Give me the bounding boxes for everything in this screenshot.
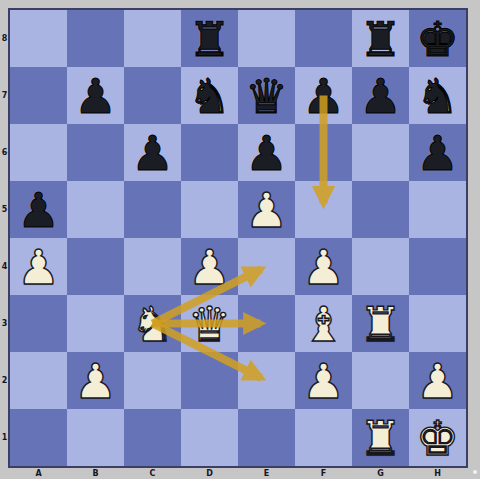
square-c8[interactable] <box>124 10 181 67</box>
piece-white-pawn: ♟ <box>409 352 466 409</box>
square-d2[interactable] <box>181 352 238 409</box>
rank-label-2: 2 <box>0 352 9 409</box>
rank-coordinate-labels: 87654321 <box>0 10 9 466</box>
piece-white-rook: ♜ <box>352 295 409 352</box>
square-g4[interactable] <box>352 238 409 295</box>
square-b7[interactable]: ♟ <box>67 67 124 124</box>
square-a7[interactable] <box>10 67 67 124</box>
piece-white-queen: ♛ <box>181 295 238 352</box>
piece-white-pawn: ♟ <box>181 238 238 295</box>
file-coordinate-labels: ABCDEFGH <box>10 467 466 479</box>
piece-black-queen: ♛ <box>238 67 295 124</box>
square-h8[interactable]: ♚ <box>409 10 466 67</box>
square-h7[interactable]: ♞ <box>409 67 466 124</box>
square-f3[interactable]: ♝ <box>295 295 352 352</box>
piece-black-pawn: ♟ <box>124 124 181 181</box>
square-b3[interactable] <box>67 295 124 352</box>
square-g3[interactable]: ♜ <box>352 295 409 352</box>
square-f6[interactable] <box>295 124 352 181</box>
rank-label-5: 5 <box>0 181 9 238</box>
square-d7[interactable]: ♞ <box>181 67 238 124</box>
piece-white-king: ♚ <box>409 409 466 466</box>
piece-black-pawn: ♟ <box>10 181 67 238</box>
square-a4[interactable]: ♟ <box>10 238 67 295</box>
piece-black-rook: ♜ <box>352 10 409 67</box>
square-h4[interactable] <box>409 238 466 295</box>
rank-label-8: 8 <box>0 10 9 67</box>
square-g6[interactable] <box>352 124 409 181</box>
piece-black-knight: ♞ <box>409 67 466 124</box>
piece-black-pawn: ♟ <box>295 67 352 124</box>
square-f1[interactable] <box>295 409 352 466</box>
piece-black-pawn: ♟ <box>67 67 124 124</box>
square-f8[interactable] <box>295 10 352 67</box>
square-b4[interactable] <box>67 238 124 295</box>
square-e4[interactable] <box>238 238 295 295</box>
square-e6[interactable]: ♟ <box>238 124 295 181</box>
square-b5[interactable] <box>67 181 124 238</box>
square-d1[interactable] <box>181 409 238 466</box>
file-label-f: F <box>295 467 352 479</box>
square-f2[interactable]: ♟ <box>295 352 352 409</box>
chess-app-window: ♜♜♚♟♞♛♟♟♞♟♟♟♟♟♟♟♟♞♛♝♜♟♟♟♜♚ 87654321 ABCD… <box>0 0 480 479</box>
file-label-a: A <box>10 467 67 479</box>
square-g5[interactable] <box>352 181 409 238</box>
square-h2[interactable]: ♟ <box>409 352 466 409</box>
piece-white-pawn: ♟ <box>238 181 295 238</box>
square-d6[interactable] <box>181 124 238 181</box>
square-c7[interactable] <box>124 67 181 124</box>
square-d5[interactable] <box>181 181 238 238</box>
piece-white-bishop: ♝ <box>295 295 352 352</box>
square-b2[interactable]: ♟ <box>67 352 124 409</box>
piece-white-pawn: ♟ <box>67 352 124 409</box>
square-h5[interactable] <box>409 181 466 238</box>
square-a5[interactable]: ♟ <box>10 181 67 238</box>
square-g7[interactable]: ♟ <box>352 67 409 124</box>
square-f5[interactable] <box>295 181 352 238</box>
piece-white-pawn: ♟ <box>295 352 352 409</box>
rank-label-6: 6 <box>0 124 9 181</box>
file-label-d: D <box>181 467 238 479</box>
rank-label-7: 7 <box>0 67 9 124</box>
square-a6[interactable] <box>10 124 67 181</box>
square-a1[interactable] <box>10 409 67 466</box>
square-g8[interactable]: ♜ <box>352 10 409 67</box>
file-label-b: B <box>67 467 124 479</box>
square-c6[interactable]: ♟ <box>124 124 181 181</box>
square-d4[interactable]: ♟ <box>181 238 238 295</box>
square-c5[interactable] <box>124 181 181 238</box>
square-e3[interactable] <box>238 295 295 352</box>
square-c2[interactable] <box>124 352 181 409</box>
square-e1[interactable] <box>238 409 295 466</box>
rank-label-3: 3 <box>0 295 9 352</box>
square-d3[interactable]: ♛ <box>181 295 238 352</box>
square-a8[interactable] <box>10 10 67 67</box>
file-label-c: C <box>124 467 181 479</box>
chess-board-frame: ♜♜♚♟♞♛♟♟♞♟♟♟♟♟♟♟♟♞♛♝♜♟♟♟♜♚ <box>8 8 468 468</box>
piece-black-rook: ♜ <box>181 10 238 67</box>
square-e5[interactable]: ♟ <box>238 181 295 238</box>
piece-white-pawn: ♟ <box>295 238 352 295</box>
piece-white-knight: ♞ <box>124 295 181 352</box>
piece-white-pawn: ♟ <box>10 238 67 295</box>
square-f7[interactable]: ♟ <box>295 67 352 124</box>
square-g1[interactable]: ♜ <box>352 409 409 466</box>
square-a3[interactable] <box>10 295 67 352</box>
square-h3[interactable] <box>409 295 466 352</box>
square-a2[interactable] <box>10 352 67 409</box>
square-d8[interactable]: ♜ <box>181 10 238 67</box>
square-f4[interactable]: ♟ <box>295 238 352 295</box>
piece-white-rook: ♜ <box>352 409 409 466</box>
square-e7[interactable]: ♛ <box>238 67 295 124</box>
piece-black-king: ♚ <box>409 10 466 67</box>
chess-board[interactable]: ♜♜♚♟♞♛♟♟♞♟♟♟♟♟♟♟♟♞♛♝♜♟♟♟♜♚ <box>10 10 466 466</box>
rank-label-4: 4 <box>0 238 9 295</box>
square-b6[interactable] <box>67 124 124 181</box>
square-c3[interactable]: ♞ <box>124 295 181 352</box>
square-h1[interactable]: ♚ <box>409 409 466 466</box>
square-b1[interactable] <box>67 409 124 466</box>
square-g2[interactable] <box>352 352 409 409</box>
piece-black-pawn: ♟ <box>238 124 295 181</box>
square-e2[interactable] <box>238 352 295 409</box>
piece-black-pawn: ♟ <box>409 124 466 181</box>
square-c1[interactable] <box>124 409 181 466</box>
square-b8[interactable] <box>67 10 124 67</box>
rank-label-1: 1 <box>0 409 9 466</box>
square-e8[interactable] <box>238 10 295 67</box>
piece-black-pawn: ♟ <box>352 67 409 124</box>
resize-grip-dot <box>473 470 477 474</box>
file-label-g: G <box>352 467 409 479</box>
piece-black-knight: ♞ <box>181 67 238 124</box>
square-c4[interactable] <box>124 238 181 295</box>
file-label-h: H <box>409 467 466 479</box>
square-h6[interactable]: ♟ <box>409 124 466 181</box>
file-label-e: E <box>238 467 295 479</box>
